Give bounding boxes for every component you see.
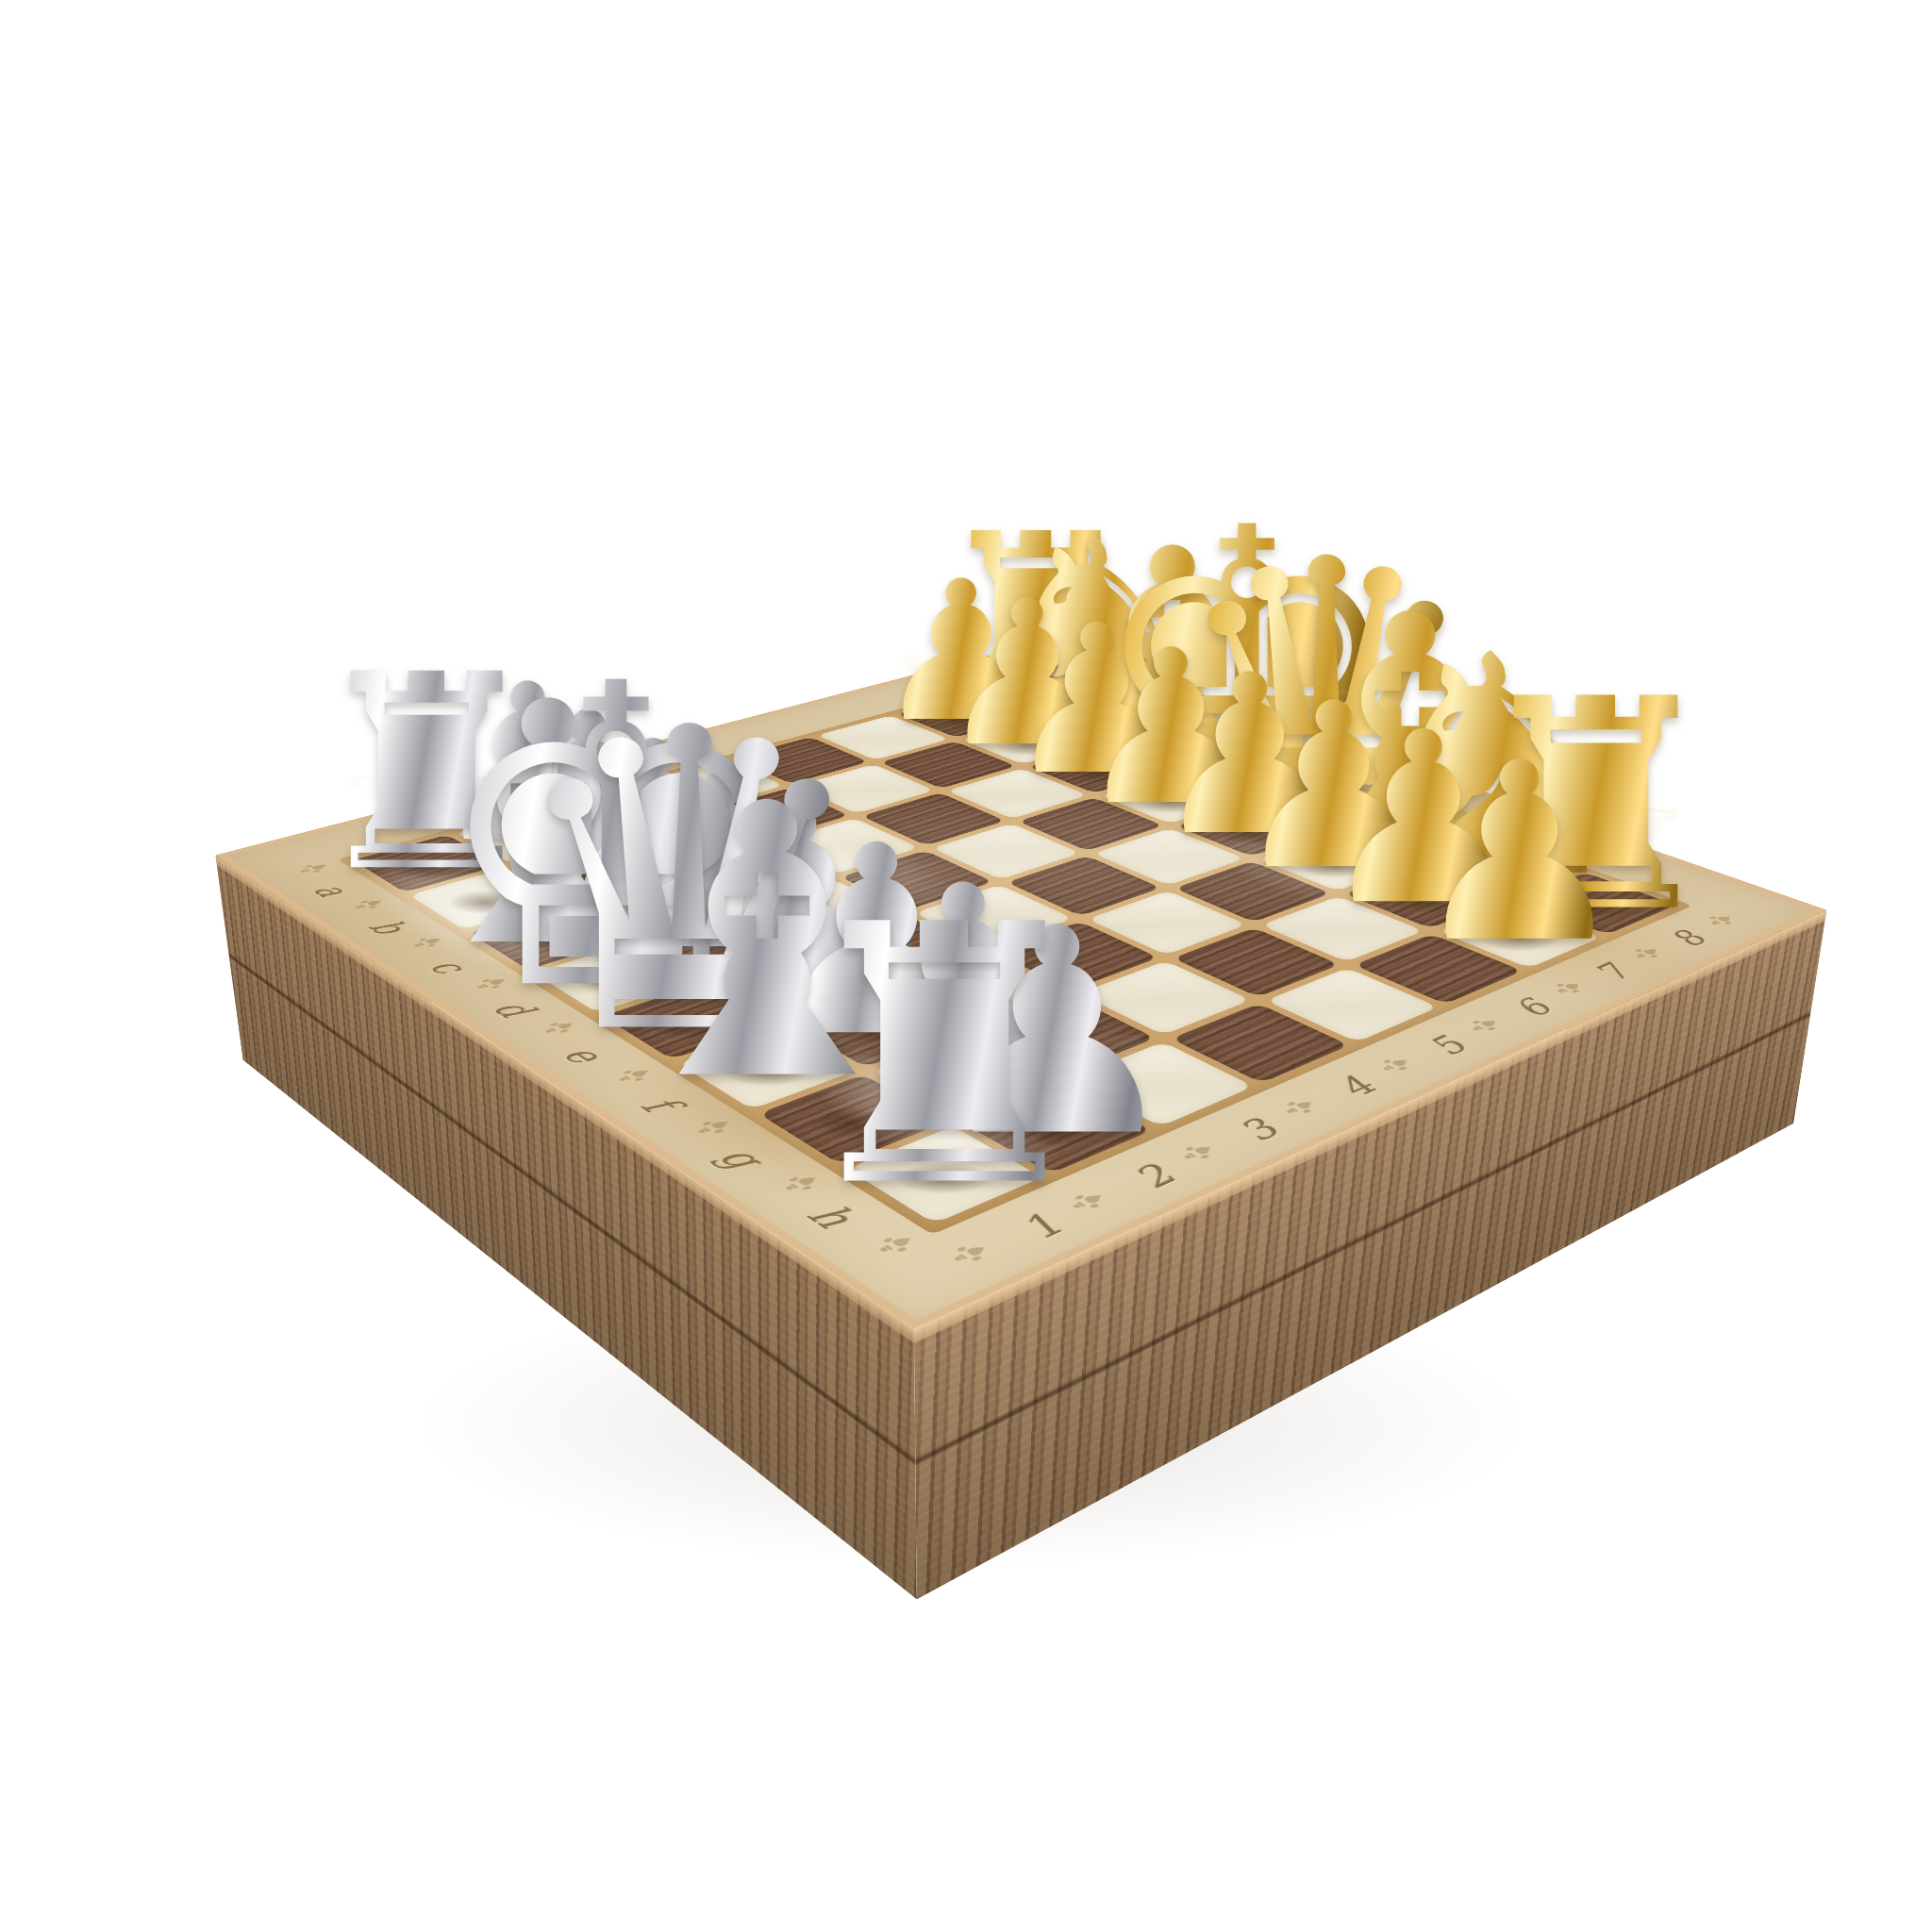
square-e1 [603,982,774,1058]
square-c2 [575,874,730,936]
square-g1 [758,1074,946,1164]
square-h2 [962,1082,1152,1174]
fleur-ornament-icon [867,1231,922,1259]
fleur-ornament-icon [1624,945,1667,963]
fleur-ornament-icon [405,934,448,951]
fleur-ornament-icon [1461,1016,1507,1036]
square-f4 [993,922,1158,991]
square-g6 [1261,896,1424,961]
fleur-ornament-icon [608,1065,657,1087]
square-h4 [1171,1004,1349,1083]
fleur-ornament-icon [535,1018,581,1038]
square-g5 [1173,927,1340,996]
square-h3 [1070,1041,1254,1126]
fleur-ornament-icon [1172,1141,1223,1165]
fleur-ornament-icon [1274,1096,1324,1119]
square-h7 [1438,902,1602,968]
gloss-glare [759,1028,1108,1209]
fleur-ornament-icon [941,1241,996,1269]
square-d2 [641,909,803,976]
square-f1 [677,1026,857,1109]
fleur-ornament-icon [1700,912,1741,929]
square-g3 [979,996,1156,1074]
fleur-ornament-icon [1545,979,1590,998]
square-d3 [744,879,901,942]
square-f5 [1087,891,1247,955]
fleur-ornament-icon [468,974,512,993]
square-d1 [533,941,698,1012]
square-h6 [1354,934,1523,1004]
fleur-ornament-icon [1371,1055,1418,1075]
square-g2 [873,1034,1055,1118]
square-e2 [713,948,880,1020]
square-f3 [895,955,1065,1027]
fleur-ornament-icon [1060,1189,1113,1215]
square-h1 [846,1125,1042,1224]
fleur-ornament-icon [774,1171,825,1196]
square-g4 [1079,961,1251,1035]
square-h5 [1265,968,1439,1042]
square-c1 [469,904,628,970]
stage: abcdefgh 87654321 [0,0,1932,1932]
fleur-ornament-icon [346,896,388,912]
square-e3 [817,915,980,983]
square-e4 [914,885,1073,949]
fleur-ornament-icon [688,1116,738,1140]
chess-set-photo: abcdefgh 87654321 ♜♜♞♞♝♝♚♚♛♛♝♝♞♞♜♜♟♟♟♟♟♟… [0,0,1932,1932]
square-f2 [790,990,964,1067]
